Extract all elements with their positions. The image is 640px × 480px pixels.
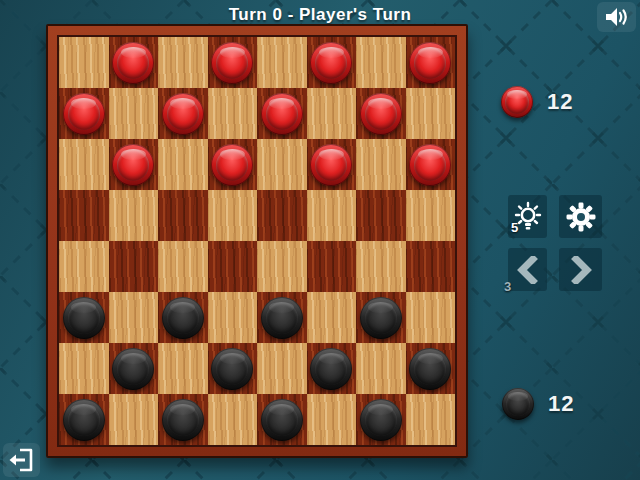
square-r3c4[interactable] [257,190,307,241]
black-piece-icon [502,388,534,420]
square-r2c4 [257,139,307,190]
square-r2c6 [356,139,406,190]
red-piece[interactable] [112,144,154,186]
square-r7c4[interactable] [257,394,307,445]
next-move-button[interactable] [559,248,602,291]
black-piece[interactable] [211,348,253,390]
square-r3c6[interactable] [356,190,406,241]
black-piece[interactable] [162,297,204,339]
square-r3c5 [307,190,357,241]
square-r4c2 [158,241,208,292]
square-r6c0 [59,343,109,394]
square-r1c1 [109,88,159,139]
red-piece[interactable] [261,93,303,135]
hint-count-badge: 5 [511,220,518,235]
red-piece[interactable] [211,42,253,84]
red-piece[interactable] [211,144,253,186]
square-r6c5[interactable] [307,343,357,394]
gear-icon [566,202,596,232]
sound-button[interactable] [597,2,636,32]
checkers-board [46,24,468,458]
square-r2c1[interactable] [109,139,159,190]
square-r4c1[interactable] [109,241,159,292]
chevron-right-icon [568,256,594,284]
square-r1c6[interactable] [356,88,406,139]
square-r4c4 [257,241,307,292]
exit-door-icon [8,446,36,474]
square-r0c4 [257,37,307,88]
red-piece[interactable] [360,93,402,135]
square-r6c6 [356,343,406,394]
square-r4c7[interactable] [406,241,456,292]
red-pieces-counter: 12 [501,84,573,120]
black-piece[interactable] [162,399,204,441]
square-r0c1[interactable] [109,37,159,88]
square-r7c6[interactable] [356,394,406,445]
square-r2c7[interactable] [406,139,456,190]
square-r7c2[interactable] [158,394,208,445]
hint-button[interactable]: 5 [508,195,547,238]
exit-button[interactable] [3,443,40,477]
red-piece[interactable] [310,144,352,186]
square-r5c7 [406,292,456,343]
square-r5c6[interactable] [356,292,406,343]
black-piece[interactable] [261,399,303,441]
square-r3c2[interactable] [158,190,208,241]
square-r7c5 [307,394,357,445]
square-r5c4[interactable] [257,292,307,343]
square-r5c1 [109,292,159,343]
square-r2c2 [158,139,208,190]
black-count-label: 12 [548,391,574,417]
square-r6c3[interactable] [208,343,258,394]
chevron-left-icon [515,256,541,284]
black-piece[interactable] [310,348,352,390]
red-piece[interactable] [409,144,451,186]
square-r5c2[interactable] [158,292,208,343]
black-piece[interactable] [360,297,402,339]
black-piece[interactable] [409,348,451,390]
square-r7c1 [109,394,159,445]
red-piece[interactable] [409,42,451,84]
square-r4c0 [59,241,109,292]
square-r1c4[interactable] [257,88,307,139]
square-r1c0[interactable] [59,88,109,139]
square-r4c6 [356,241,406,292]
square-r0c2 [158,37,208,88]
red-piece[interactable] [112,42,154,84]
square-r2c0 [59,139,109,190]
red-piece[interactable] [63,93,105,135]
square-r1c5 [307,88,357,139]
square-r3c0[interactable] [59,190,109,241]
square-r4c5[interactable] [307,241,357,292]
square-r6c4 [257,343,307,394]
square-r7c3 [208,394,258,445]
square-r0c6 [356,37,406,88]
square-r0c7[interactable] [406,37,456,88]
square-r6c2 [158,343,208,394]
square-r4c3[interactable] [208,241,258,292]
square-r5c5 [307,292,357,343]
square-r7c0[interactable] [59,394,109,445]
square-r2c3[interactable] [208,139,258,190]
board-grid [57,35,457,447]
square-r3c3 [208,190,258,241]
square-r1c7 [406,88,456,139]
square-r1c2[interactable] [158,88,208,139]
prev-move-button[interactable]: 3 [508,248,547,291]
settings-button[interactable] [559,195,602,238]
turn-status-title: Turn 0 - Player's Turn [0,5,640,25]
square-r3c1 [109,190,159,241]
square-r6c1[interactable] [109,343,159,394]
square-r6c7[interactable] [406,343,456,394]
square-r1c3 [208,88,258,139]
black-piece[interactable] [63,399,105,441]
square-r5c3 [208,292,258,343]
square-r2c5[interactable] [307,139,357,190]
black-piece[interactable] [261,297,303,339]
square-r0c3[interactable] [208,37,258,88]
square-r7c7 [406,394,456,445]
black-piece[interactable] [112,348,154,390]
speaker-on-icon [604,6,630,28]
square-r0c5[interactable] [307,37,357,88]
square-r0c0 [59,37,109,88]
square-r5c0[interactable] [59,292,109,343]
red-count-label: 12 [547,89,573,115]
red-piece[interactable] [162,93,204,135]
checkers-game-screen: { "game": "checkers", "window": { "title… [0,0,640,480]
red-piece-icon [501,86,533,118]
black-pieces-counter: 12 [502,386,574,422]
black-piece[interactable] [63,297,105,339]
nav-count-badge: 3 [504,279,511,294]
square-r3c7 [406,190,456,241]
black-piece[interactable] [360,399,402,441]
red-piece[interactable] [310,42,352,84]
